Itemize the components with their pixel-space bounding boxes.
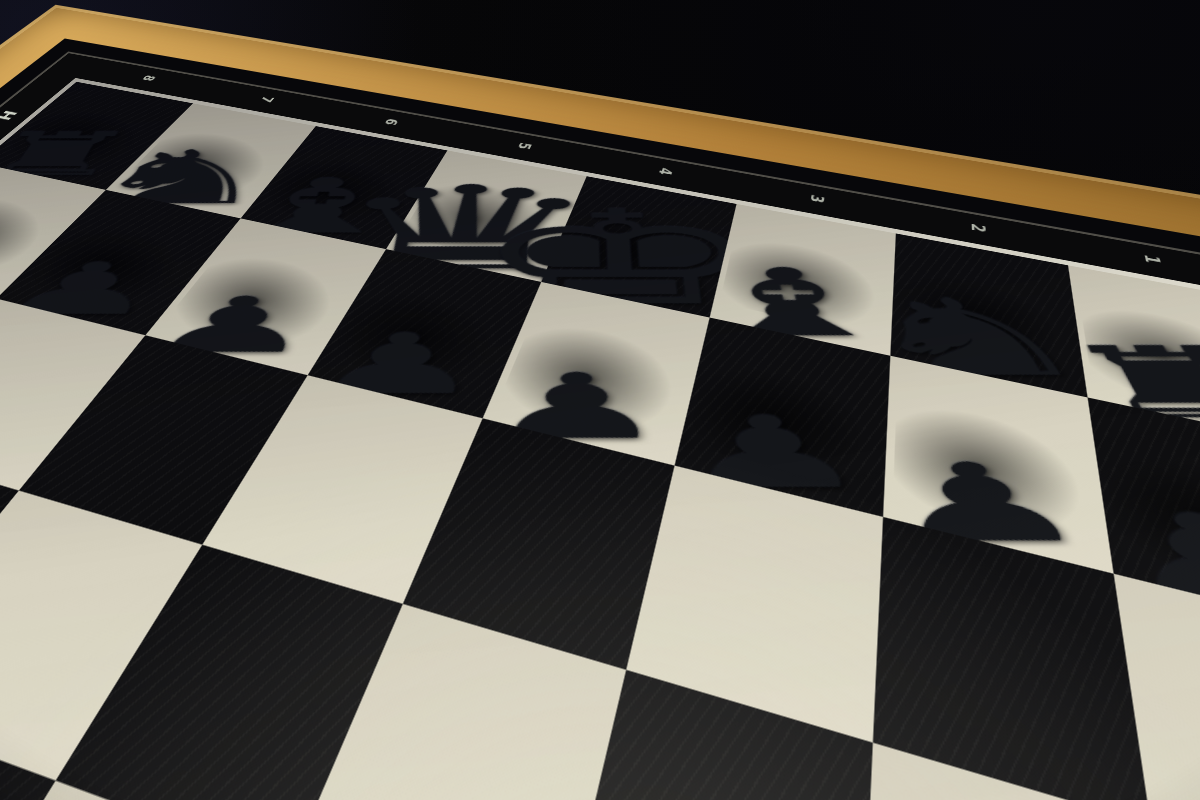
rank-label-far: 8 xyxy=(139,74,159,82)
photo-stage: ♜♞♝♛♚♝♞♜♟♟♟♟♟♟♟♟♟♟♟♟♟♟♟♟♜♞♝♛♚♝♞♜ HGFEDCB… xyxy=(0,0,1200,800)
rank-label-far: 3 xyxy=(806,193,826,204)
rank-label-far: 4 xyxy=(655,166,675,176)
board-3d-plane: ♜♞♝♛♚♝♞♜♟♟♟♟♟♟♟♟♟♟♟♟♟♟♟♟♜♞♝♛♚♝♞♜ HGFEDCB… xyxy=(0,0,1200,800)
rank-label-far: 7 xyxy=(256,95,276,103)
rank-label-far: 1 xyxy=(1139,253,1163,265)
rank-label-far: 2 xyxy=(968,222,989,233)
rank-label-far: 6 xyxy=(381,117,401,126)
board-scene: ♜♞♝♛♚♝♞♜♟♟♟♟♟♟♟♟♟♟♟♟♟♟♟♟♜♞♝♛♚♝♞♜ HGFEDCB… xyxy=(0,0,1200,800)
rank-label-far: 5 xyxy=(514,141,534,150)
